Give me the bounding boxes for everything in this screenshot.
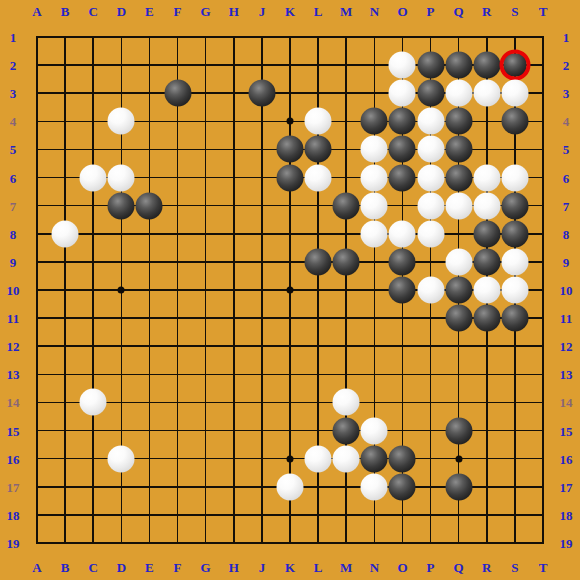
grid-line	[36, 542, 544, 544]
white-stone[interactable]	[389, 80, 416, 107]
black-stone[interactable]	[501, 108, 528, 135]
black-stone[interactable]	[333, 192, 360, 219]
white-stone[interactable]	[473, 192, 500, 219]
row-label-right: 16	[560, 452, 573, 465]
black-stone[interactable]	[445, 305, 472, 332]
column-label-bottom: B	[61, 561, 70, 574]
white-stone[interactable]	[108, 164, 135, 191]
column-label-top: O	[397, 5, 407, 18]
white-stone[interactable]	[361, 473, 388, 500]
black-stone[interactable]	[445, 277, 472, 304]
column-label-top: P	[427, 5, 435, 18]
black-stone[interactable]	[501, 192, 528, 219]
row-label-left: 11	[7, 312, 19, 325]
grid-line	[36, 374, 544, 376]
white-stone[interactable]	[417, 136, 444, 163]
row-label-left: 19	[7, 537, 20, 550]
black-stone[interactable]	[473, 52, 500, 79]
row-label-right: 4	[563, 115, 570, 128]
column-label-bottom: P	[427, 561, 435, 574]
black-stone[interactable]	[361, 108, 388, 135]
white-stone[interactable]	[80, 164, 107, 191]
column-label-top: D	[117, 5, 126, 18]
column-label-bottom: N	[370, 561, 379, 574]
black-stone[interactable]	[305, 136, 332, 163]
column-label-top: T	[539, 5, 548, 18]
white-stone[interactable]	[445, 192, 472, 219]
black-stone[interactable]	[417, 52, 444, 79]
white-stone[interactable]	[305, 164, 332, 191]
black-stone[interactable]	[445, 108, 472, 135]
white-stone[interactable]	[445, 80, 472, 107]
black-stone[interactable]	[445, 164, 472, 191]
column-label-top: H	[229, 5, 239, 18]
star-point	[455, 455, 462, 462]
white-stone[interactable]	[389, 52, 416, 79]
white-stone[interactable]	[305, 108, 332, 135]
black-stone[interactable]	[473, 220, 500, 247]
white-stone[interactable]	[108, 445, 135, 472]
row-label-right: 5	[563, 143, 570, 156]
black-stone[interactable]	[445, 136, 472, 163]
row-label-right: 10	[560, 284, 573, 297]
white-stone[interactable]	[473, 164, 500, 191]
column-label-top: J	[259, 5, 266, 18]
black-stone[interactable]	[164, 80, 191, 107]
row-label-left: 8	[10, 227, 17, 240]
white-stone[interactable]	[417, 192, 444, 219]
black-stone[interactable]	[108, 192, 135, 219]
black-stone[interactable]	[501, 305, 528, 332]
column-label-bottom: T	[539, 561, 548, 574]
white-stone[interactable]	[389, 220, 416, 247]
row-label-left: 1	[10, 31, 17, 44]
grid-line	[36, 345, 544, 347]
row-label-right: 18	[560, 508, 573, 521]
black-stone[interactable]	[277, 164, 304, 191]
grid-line	[542, 36, 544, 544]
row-label-left: 4	[10, 115, 17, 128]
grid-line	[36, 514, 544, 516]
black-stone[interactable]	[417, 80, 444, 107]
white-stone[interactable]	[333, 445, 360, 472]
column-label-bottom: R	[482, 561, 491, 574]
white-stone[interactable]	[361, 164, 388, 191]
row-label-right: 12	[560, 340, 573, 353]
column-label-bottom: C	[89, 561, 98, 574]
black-stone[interactable]	[389, 277, 416, 304]
white-stone[interactable]	[473, 277, 500, 304]
go-board[interactable]: AABBCCDDEEFFGGHHJJKKLLMMNNOOPPQQRRSSTT11…	[0, 0, 580, 580]
column-label-top: M	[340, 5, 352, 18]
column-label-bottom: S	[511, 561, 518, 574]
white-stone[interactable]	[417, 277, 444, 304]
black-stone[interactable]	[277, 136, 304, 163]
row-label-right: 14	[560, 396, 573, 409]
black-stone[interactable]	[136, 192, 163, 219]
row-label-left: 12	[7, 340, 20, 353]
row-label-left: 17	[7, 480, 20, 493]
row-label-left: 7	[10, 199, 17, 212]
row-label-right: 11	[560, 312, 572, 325]
black-stone[interactable]	[389, 248, 416, 275]
grid-line	[36, 402, 544, 404]
row-label-left: 2	[10, 59, 17, 72]
column-label-top: B	[61, 5, 70, 18]
column-label-top: R	[482, 5, 491, 18]
white-stone[interactable]	[501, 164, 528, 191]
black-stone[interactable]	[445, 473, 472, 500]
row-label-right: 6	[563, 171, 570, 184]
black-stone[interactable]	[389, 164, 416, 191]
column-label-bottom: O	[397, 561, 407, 574]
row-label-right: 7	[563, 199, 570, 212]
column-label-bottom: K	[285, 561, 295, 574]
white-stone[interactable]	[361, 220, 388, 247]
column-label-bottom: H	[229, 561, 239, 574]
column-label-top: F	[174, 5, 182, 18]
white-stone[interactable]	[361, 417, 388, 444]
row-label-left: 14	[7, 396, 20, 409]
column-label-top: C	[89, 5, 98, 18]
column-label-bottom: G	[201, 561, 211, 574]
star-point	[287, 455, 294, 462]
row-label-right: 15	[560, 424, 573, 437]
column-label-bottom: A	[32, 561, 41, 574]
black-stone[interactable]	[501, 220, 528, 247]
black-stone[interactable]	[333, 248, 360, 275]
row-label-right: 2	[563, 59, 570, 72]
white-stone[interactable]	[417, 108, 444, 135]
white-stone[interactable]	[417, 220, 444, 247]
column-label-bottom: D	[117, 561, 126, 574]
row-label-right: 8	[563, 227, 570, 240]
row-label-left: 18	[7, 508, 20, 521]
column-label-top: E	[145, 5, 154, 18]
star-point	[287, 118, 294, 125]
white-stone[interactable]	[361, 192, 388, 219]
white-stone[interactable]	[333, 389, 360, 416]
white-stone[interactable]	[501, 277, 528, 304]
row-label-left: 13	[7, 368, 20, 381]
star-point	[118, 287, 125, 294]
column-label-top: A	[32, 5, 41, 18]
column-label-bottom: M	[340, 561, 352, 574]
white-stone[interactable]	[501, 80, 528, 107]
black-stone[interactable]	[473, 305, 500, 332]
column-label-bottom: J	[259, 561, 266, 574]
black-stone[interactable]	[333, 417, 360, 444]
column-label-bottom: F	[174, 561, 182, 574]
white-stone[interactable]	[305, 445, 332, 472]
column-label-top: S	[511, 5, 518, 18]
column-label-top: N	[370, 5, 379, 18]
row-label-right: 9	[563, 255, 570, 268]
column-label-top: K	[285, 5, 295, 18]
star-point	[287, 287, 294, 294]
black-stone[interactable]	[389, 445, 416, 472]
row-label-left: 6	[10, 171, 17, 184]
row-label-left: 10	[7, 284, 20, 297]
white-stone[interactable]	[501, 248, 528, 275]
black-stone[interactable]	[445, 417, 472, 444]
row-label-left: 15	[7, 424, 20, 437]
black-stone[interactable]	[361, 445, 388, 472]
last-move-black-stone[interactable]	[499, 50, 530, 81]
row-label-left: 3	[10, 87, 17, 100]
row-label-left: 16	[7, 452, 20, 465]
black-stone[interactable]	[305, 248, 332, 275]
row-label-right: 3	[563, 87, 570, 100]
white-stone[interactable]	[52, 220, 79, 247]
column-label-top: Q	[454, 5, 464, 18]
row-label-right: 17	[560, 480, 573, 493]
black-stone[interactable]	[389, 108, 416, 135]
row-label-left: 9	[10, 255, 17, 268]
white-stone[interactable]	[361, 136, 388, 163]
black-stone[interactable]	[445, 52, 472, 79]
black-stone[interactable]	[248, 80, 275, 107]
column-label-bottom: L	[314, 561, 323, 574]
column-label-bottom: E	[145, 561, 154, 574]
white-stone[interactable]	[80, 389, 107, 416]
row-label-right: 13	[560, 368, 573, 381]
column-label-bottom: Q	[454, 561, 464, 574]
black-stone[interactable]	[389, 136, 416, 163]
white-stone[interactable]	[417, 164, 444, 191]
black-stone[interactable]	[389, 473, 416, 500]
white-stone[interactable]	[108, 108, 135, 135]
white-stone[interactable]	[445, 248, 472, 275]
column-label-top: G	[201, 5, 211, 18]
black-stone[interactable]	[473, 248, 500, 275]
row-label-right: 19	[560, 537, 573, 550]
row-label-left: 5	[10, 143, 17, 156]
white-stone[interactable]	[277, 473, 304, 500]
column-label-top: L	[314, 5, 323, 18]
row-label-right: 1	[563, 31, 570, 44]
white-stone[interactable]	[473, 80, 500, 107]
